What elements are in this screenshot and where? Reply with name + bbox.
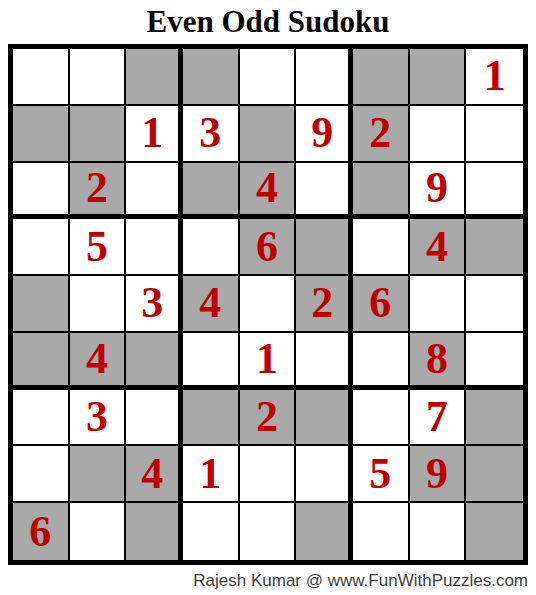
cell-r3c6[interactable] bbox=[296, 163, 353, 220]
cell-r3c4[interactable] bbox=[183, 163, 240, 220]
cell-r8c2[interactable] bbox=[70, 446, 127, 503]
cell-r9c9[interactable] bbox=[466, 503, 523, 560]
cell-r7c7[interactable] bbox=[353, 390, 410, 447]
cell-r4c6[interactable] bbox=[296, 219, 353, 276]
cell-r6c1[interactable] bbox=[13, 333, 70, 390]
cell-r6c6[interactable] bbox=[296, 333, 353, 390]
cell-r1c2[interactable] bbox=[70, 49, 127, 106]
cell-r6c9[interactable] bbox=[466, 333, 523, 390]
cell-r6c4[interactable] bbox=[183, 333, 240, 390]
cell-r6c8[interactable]: 8 bbox=[410, 333, 467, 390]
cell-r5c2[interactable] bbox=[70, 276, 127, 333]
cell-r3c3[interactable] bbox=[126, 163, 183, 220]
cell-r6c7[interactable] bbox=[353, 333, 410, 390]
cell-r8c5[interactable] bbox=[240, 446, 297, 503]
cell-r1c1[interactable] bbox=[13, 49, 70, 106]
cell-r1c9[interactable]: 1 bbox=[466, 49, 523, 106]
cell-r1c8[interactable] bbox=[410, 49, 467, 106]
cell-r4c1[interactable] bbox=[13, 219, 70, 276]
cell-r8c3[interactable]: 4 bbox=[126, 446, 183, 503]
cell-r2c6[interactable]: 9 bbox=[296, 106, 353, 163]
cell-r4c7[interactable] bbox=[353, 219, 410, 276]
cell-r5c9[interactable] bbox=[466, 276, 523, 333]
cell-r3c1[interactable] bbox=[13, 163, 70, 220]
cell-r3c8[interactable]: 9 bbox=[410, 163, 467, 220]
cell-r5c6[interactable]: 2 bbox=[296, 276, 353, 333]
cell-r4c5[interactable]: 6 bbox=[240, 219, 297, 276]
cell-r2c1[interactable] bbox=[13, 106, 70, 163]
cell-r4c4[interactable] bbox=[183, 219, 240, 276]
cell-r9c1[interactable]: 6 bbox=[13, 503, 70, 560]
cell-r8c4[interactable]: 1 bbox=[183, 446, 240, 503]
cell-r7c6[interactable] bbox=[296, 390, 353, 447]
cell-r8c9[interactable] bbox=[466, 446, 523, 503]
cell-r8c7[interactable]: 5 bbox=[353, 446, 410, 503]
cell-r7c8[interactable]: 7 bbox=[410, 390, 467, 447]
cell-r9c3[interactable] bbox=[126, 503, 183, 560]
cell-r3c9[interactable] bbox=[466, 163, 523, 220]
cell-r1c6[interactable] bbox=[296, 49, 353, 106]
cell-r1c7[interactable] bbox=[353, 49, 410, 106]
cell-r2c2[interactable] bbox=[70, 106, 127, 163]
cell-r6c5[interactable]: 1 bbox=[240, 333, 297, 390]
cell-r2c9[interactable] bbox=[466, 106, 523, 163]
cell-r4c8[interactable]: 4 bbox=[410, 219, 467, 276]
cell-r2c4[interactable]: 3 bbox=[183, 106, 240, 163]
cell-r9c2[interactable] bbox=[70, 503, 127, 560]
cell-r4c3[interactable] bbox=[126, 219, 183, 276]
cell-r7c9[interactable] bbox=[466, 390, 523, 447]
puzzle-title: Even Odd Sudoku bbox=[0, 0, 536, 41]
cell-r9c8[interactable] bbox=[410, 503, 467, 560]
cell-r5c1[interactable] bbox=[13, 276, 70, 333]
cell-r1c3[interactable] bbox=[126, 49, 183, 106]
cell-r9c6[interactable] bbox=[296, 503, 353, 560]
cell-r7c1[interactable] bbox=[13, 390, 70, 447]
cell-r3c5[interactable]: 4 bbox=[240, 163, 297, 220]
cell-r7c3[interactable] bbox=[126, 390, 183, 447]
cell-r9c4[interactable] bbox=[183, 503, 240, 560]
cell-r8c6[interactable] bbox=[296, 446, 353, 503]
cell-r6c3[interactable] bbox=[126, 333, 183, 390]
cell-r1c5[interactable] bbox=[240, 49, 297, 106]
attribution-text: Rajesh Kumar @ www.FunWithPuzzles.com bbox=[0, 571, 536, 591]
cell-r5c7[interactable]: 6 bbox=[353, 276, 410, 333]
cell-r2c3[interactable]: 1 bbox=[126, 106, 183, 163]
cell-r8c1[interactable] bbox=[13, 446, 70, 503]
cell-r9c5[interactable] bbox=[240, 503, 297, 560]
cell-r8c8[interactable]: 9 bbox=[410, 446, 467, 503]
cell-r2c8[interactable] bbox=[410, 106, 467, 163]
cell-r2c5[interactable] bbox=[240, 106, 297, 163]
cell-r1c4[interactable] bbox=[183, 49, 240, 106]
cell-r5c3[interactable]: 3 bbox=[126, 276, 183, 333]
cell-r4c2[interactable]: 5 bbox=[70, 219, 127, 276]
cell-r7c5[interactable]: 2 bbox=[240, 390, 297, 447]
cell-r2c7[interactable]: 2 bbox=[353, 106, 410, 163]
cell-r4c9[interactable] bbox=[466, 219, 523, 276]
sudoku-grid: 11392249564342641832741596 bbox=[8, 44, 528, 565]
cell-r5c4[interactable]: 4 bbox=[183, 276, 240, 333]
cell-r5c8[interactable] bbox=[410, 276, 467, 333]
cell-r9c7[interactable] bbox=[353, 503, 410, 560]
cell-r5c5[interactable] bbox=[240, 276, 297, 333]
cell-r7c4[interactable] bbox=[183, 390, 240, 447]
cell-r3c2[interactable]: 2 bbox=[70, 163, 127, 220]
cell-r7c2[interactable]: 3 bbox=[70, 390, 127, 447]
cell-r6c2[interactable]: 4 bbox=[70, 333, 127, 390]
cell-r3c7[interactable] bbox=[353, 163, 410, 220]
